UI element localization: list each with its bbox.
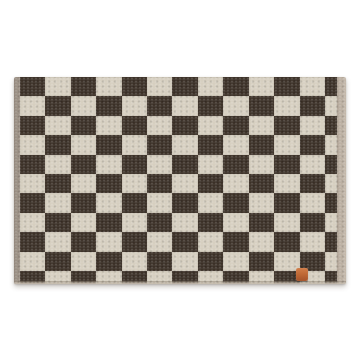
board-square	[96, 252, 121, 271]
board-square	[249, 193, 274, 212]
board-square	[147, 77, 172, 96]
board-square	[172, 77, 197, 96]
board-square	[198, 213, 223, 232]
board-square	[249, 232, 274, 251]
board-square	[71, 96, 96, 115]
board-square	[147, 213, 172, 232]
board-square	[122, 135, 147, 154]
board-square	[274, 232, 299, 251]
board-square	[20, 135, 45, 154]
board-square	[172, 213, 197, 232]
board-square	[249, 116, 274, 135]
board-square	[223, 232, 248, 251]
board-square	[122, 174, 147, 193]
board-square	[71, 193, 96, 212]
board-square	[325, 77, 337, 96]
checkered-towel	[14, 77, 346, 284]
board-square	[300, 116, 325, 135]
board-square	[223, 213, 248, 232]
board-square	[147, 135, 172, 154]
board-square	[71, 116, 96, 135]
board-square	[20, 232, 45, 251]
board-square	[198, 155, 223, 174]
board-square	[300, 193, 325, 212]
board-square	[198, 135, 223, 154]
board-square	[20, 252, 45, 271]
product-photo-canvas	[0, 0, 360, 360]
board-square	[325, 232, 337, 251]
board-square	[223, 193, 248, 212]
board-square	[172, 96, 197, 115]
board-square	[45, 252, 70, 271]
board-square	[198, 193, 223, 212]
board-square	[198, 232, 223, 251]
board-square	[71, 174, 96, 193]
board-square	[274, 155, 299, 174]
board-square	[249, 77, 274, 96]
board-square	[96, 213, 121, 232]
board-square	[96, 116, 121, 135]
board-square	[325, 96, 337, 115]
board-square	[223, 96, 248, 115]
board-square	[96, 96, 121, 115]
board-square	[71, 155, 96, 174]
board-square	[45, 116, 70, 135]
board-square	[122, 116, 147, 135]
board-square	[122, 252, 147, 271]
board-square	[325, 155, 337, 174]
board-square	[96, 155, 121, 174]
board-square	[96, 77, 121, 96]
board-square	[300, 135, 325, 154]
board-square	[122, 213, 147, 232]
board-square	[249, 135, 274, 154]
board-square	[20, 174, 45, 193]
board-square	[45, 213, 70, 232]
board-square	[96, 232, 121, 251]
board-square	[274, 116, 299, 135]
brand-logo-icon	[299, 272, 305, 278]
board-square	[172, 193, 197, 212]
board-square	[172, 174, 197, 193]
board-square	[45, 135, 70, 154]
board-square	[249, 213, 274, 232]
board-square	[223, 155, 248, 174]
board-square	[71, 213, 96, 232]
board-square	[198, 96, 223, 115]
board-square	[71, 232, 96, 251]
board-square	[20, 77, 45, 96]
board-square	[300, 232, 325, 251]
board-square	[300, 96, 325, 115]
board-square	[249, 155, 274, 174]
board-square	[172, 135, 197, 154]
board-square	[20, 116, 45, 135]
board-square	[122, 193, 147, 212]
board-square	[300, 213, 325, 232]
board-square	[122, 77, 147, 96]
board-square	[223, 135, 248, 154]
board-square	[122, 155, 147, 174]
board-square	[122, 232, 147, 251]
board-square	[45, 193, 70, 212]
board-square	[71, 135, 96, 154]
board-square	[325, 135, 337, 154]
board-square	[71, 77, 96, 96]
board-square	[325, 174, 337, 193]
board-square	[325, 252, 337, 271]
checkerboard	[20, 77, 337, 284]
board-square	[172, 155, 197, 174]
brand-tag	[296, 268, 308, 281]
board-square	[198, 252, 223, 271]
board-square	[300, 174, 325, 193]
board-square	[198, 77, 223, 96]
board-square	[300, 77, 325, 96]
board-square	[20, 96, 45, 115]
board-square	[147, 174, 172, 193]
board-square	[20, 193, 45, 212]
board-square	[147, 155, 172, 174]
towel-bottom-hem	[14, 281, 346, 284]
board-square	[172, 252, 197, 271]
board-square	[147, 193, 172, 212]
board-square	[122, 96, 147, 115]
board-square	[96, 193, 121, 212]
board-square	[45, 174, 70, 193]
board-square	[96, 174, 121, 193]
board-square	[223, 77, 248, 96]
board-square	[147, 116, 172, 135]
board-square	[249, 252, 274, 271]
board-square	[71, 252, 96, 271]
board-square	[147, 252, 172, 271]
board-square	[20, 213, 45, 232]
board-square	[325, 193, 337, 212]
board-square	[274, 77, 299, 96]
board-square	[45, 77, 70, 96]
board-square	[96, 135, 121, 154]
board-square	[300, 155, 325, 174]
board-square	[325, 213, 337, 232]
board-square	[274, 213, 299, 232]
board-square	[20, 155, 45, 174]
board-square	[147, 96, 172, 115]
board-square	[223, 174, 248, 193]
board-square	[198, 174, 223, 193]
board-square	[223, 252, 248, 271]
board-square	[172, 232, 197, 251]
board-square	[172, 116, 197, 135]
board-square	[45, 96, 70, 115]
board-square	[147, 232, 172, 251]
board-square	[249, 174, 274, 193]
board-square	[249, 96, 274, 115]
board-square	[274, 135, 299, 154]
board-square	[274, 96, 299, 115]
board-square	[45, 155, 70, 174]
board-square	[325, 116, 337, 135]
board-square	[223, 116, 248, 135]
towel-right-selvedge	[337, 77, 346, 284]
board-square	[198, 116, 223, 135]
board-square	[45, 232, 70, 251]
board-square	[274, 174, 299, 193]
board-square	[274, 193, 299, 212]
